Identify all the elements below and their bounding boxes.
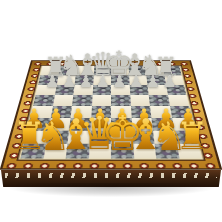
square-e1: [111, 144, 134, 159]
square-e5: [111, 95, 131, 106]
square-d4: [91, 106, 111, 118]
square-e7: [111, 75, 129, 85]
square-h1: [176, 144, 201, 159]
square-h3: [172, 118, 195, 131]
square-d2: [89, 130, 111, 144]
square-g1: [155, 144, 179, 159]
square-g8: [145, 66, 164, 75]
square-b1: [43, 144, 67, 159]
square-a6: [36, 85, 57, 95]
square-g7: [146, 75, 165, 85]
square-e8: [111, 66, 129, 75]
square-a3: [27, 118, 50, 131]
square-c1: [66, 144, 90, 159]
square-b8: [58, 66, 77, 75]
square-b6: [54, 85, 74, 95]
square-b2: [46, 130, 69, 144]
square-a1: [20, 144, 45, 159]
square-e6: [111, 85, 130, 95]
square-g4: [150, 106, 172, 118]
square-a5: [33, 95, 54, 106]
square-h2: [174, 130, 198, 144]
square-g2: [153, 130, 176, 144]
square-h6: [166, 85, 187, 95]
edge-inlay-dashes: [5, 173, 217, 178]
square-a2: [24, 130, 48, 144]
square-c6: [73, 85, 92, 95]
square-e4: [111, 106, 131, 118]
square-b5: [53, 95, 74, 106]
square-b3: [48, 118, 70, 131]
square-f6: [129, 85, 148, 95]
square-d8: [93, 66, 111, 75]
square-f7: [129, 75, 148, 85]
square-c8: [76, 66, 94, 75]
square-a4: [30, 106, 52, 118]
chess-set-photo: ♜♞♝♛♚♝♞♜♟♟♟♟♟♟♟♟♟♟♟♟♟♟♟♟♜♞♝♛♚♝♞♜: [0, 0, 222, 222]
square-c5: [72, 95, 92, 106]
square-e2: [111, 130, 133, 144]
square-h5: [168, 95, 189, 106]
square-d6: [92, 85, 111, 95]
chess-board: [0, 60, 222, 170]
square-d7: [93, 75, 111, 85]
square-e3: [111, 118, 132, 131]
board-grid: [20, 66, 201, 158]
square-c3: [69, 118, 91, 131]
square-d3: [90, 118, 111, 131]
square-d1: [88, 144, 111, 159]
square-f2: [132, 130, 155, 144]
square-a8: [40, 66, 59, 75]
square-h7: [164, 75, 184, 85]
square-f4: [131, 106, 152, 118]
square-g5: [149, 95, 170, 106]
board-shadow: [8, 183, 214, 197]
square-d5: [92, 95, 112, 106]
square-b4: [50, 106, 72, 118]
square-h8: [162, 66, 181, 75]
square-a7: [38, 75, 58, 85]
square-f1: [133, 144, 157, 159]
square-h4: [170, 106, 192, 118]
square-g6: [147, 85, 167, 95]
square-f3: [131, 118, 153, 131]
square-b7: [56, 75, 75, 85]
square-g3: [151, 118, 173, 131]
square-c2: [67, 130, 90, 144]
square-c7: [75, 75, 94, 85]
square-c4: [71, 106, 92, 118]
square-f5: [130, 95, 150, 106]
square-f8: [128, 66, 146, 75]
